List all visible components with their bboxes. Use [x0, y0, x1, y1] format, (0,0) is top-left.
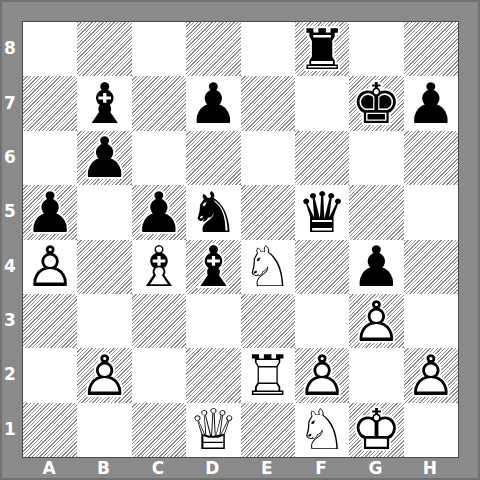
black-queen-icon: ♛	[295, 185, 349, 239]
file-label-a: A	[22, 457, 76, 479]
square-d6[interactable]	[186, 131, 240, 185]
square-e7[interactable]	[241, 76, 295, 130]
square-c6[interactable]	[132, 131, 186, 185]
square-d2[interactable]	[186, 348, 240, 402]
square-a1[interactable]	[23, 403, 77, 457]
rank-label-2: 2	[0, 347, 20, 401]
square-f7[interactable]	[295, 76, 349, 130]
piece-black-pawn-d7[interactable]: ♟♟	[186, 76, 240, 130]
piece-white-knight-e4[interactable]: ♞♘	[241, 240, 295, 294]
piece-black-pawn-g4[interactable]: ♟♟	[349, 240, 403, 294]
square-b3[interactable]	[77, 294, 131, 348]
rank-label-7: 7	[0, 75, 20, 129]
square-g7[interactable]: ♚♚	[349, 76, 403, 130]
black-knight-icon: ♞	[186, 185, 240, 239]
piece-white-pawn-f2[interactable]: ♟♙	[295, 348, 349, 402]
black-rook-icon: ♜	[295, 22, 349, 76]
square-g1[interactable]: ♚♔	[349, 403, 403, 457]
rank-label-6: 6	[0, 130, 20, 184]
black-pawn-icon: ♟	[404, 76, 458, 130]
piece-white-pawn-a4[interactable]: ♟♙	[23, 240, 77, 294]
file-label-b: B	[76, 457, 130, 479]
piece-black-rook-f8[interactable]: ♜♜	[295, 22, 349, 76]
rank-label-3: 3	[0, 293, 20, 347]
square-b1[interactable]	[77, 403, 131, 457]
file-label-g: G	[348, 457, 402, 479]
black-pawn-icon: ♟	[186, 76, 240, 130]
piece-white-pawn-g3[interactable]: ♟♙	[349, 294, 403, 348]
file-label-f: F	[294, 457, 348, 479]
white-queen-icon: ♕	[186, 403, 240, 457]
white-pawn-icon: ♙	[295, 348, 349, 402]
square-d4[interactable]: ♝♝	[186, 240, 240, 294]
white-knight-icon: ♘	[241, 240, 295, 294]
square-g5[interactable]	[349, 185, 403, 239]
square-a3[interactable]	[23, 294, 77, 348]
piece-black-pawn-a5[interactable]: ♟♟	[23, 185, 77, 239]
black-pawn-icon: ♟	[349, 240, 403, 294]
square-e3[interactable]	[241, 294, 295, 348]
square-a7[interactable]	[23, 76, 77, 130]
file-label-d: D	[185, 457, 239, 479]
piece-black-queen-f5[interactable]: ♛♛	[295, 185, 349, 239]
square-d8[interactable]	[186, 22, 240, 76]
black-king-icon: ♚	[349, 76, 403, 130]
square-h5[interactable]	[404, 185, 458, 239]
square-c3[interactable]	[132, 294, 186, 348]
white-knight-icon: ♘	[295, 403, 349, 457]
square-c7[interactable]	[132, 76, 186, 130]
square-f5[interactable]: ♛♛	[295, 185, 349, 239]
file-label-e: E	[240, 457, 294, 479]
square-b2[interactable]: ♟♙	[77, 348, 131, 402]
piece-black-pawn-h7[interactable]: ♟♟	[404, 76, 458, 130]
square-e6[interactable]	[241, 131, 295, 185]
file-label-h: H	[403, 457, 457, 479]
piece-black-bishop-b7[interactable]: ♝♝	[77, 76, 131, 130]
black-bishop-icon: ♝	[77, 76, 131, 130]
square-e1[interactable]	[241, 403, 295, 457]
square-a8[interactable]	[23, 22, 77, 76]
square-f4[interactable]	[295, 240, 349, 294]
square-h4[interactable]	[404, 240, 458, 294]
square-g2[interactable]	[349, 348, 403, 402]
square-f8[interactable]: ♜♜	[295, 22, 349, 76]
square-a4[interactable]: ♟♙	[23, 240, 77, 294]
black-bishop-icon: ♝	[186, 240, 240, 294]
rank-label-4: 4	[0, 239, 20, 293]
square-a2[interactable]	[23, 348, 77, 402]
square-c8[interactable]	[132, 22, 186, 76]
square-e8[interactable]	[241, 22, 295, 76]
black-pawn-icon: ♟	[23, 185, 77, 239]
piece-white-queen-d1[interactable]: ♛♕	[186, 403, 240, 457]
square-e2[interactable]: ♜♖	[241, 348, 295, 402]
square-g4[interactable]: ♟♟	[349, 240, 403, 294]
piece-black-pawn-c5[interactable]: ♟♟	[132, 185, 186, 239]
square-c4[interactable]: ♝♗	[132, 240, 186, 294]
white-rook-icon: ♖	[241, 348, 295, 402]
square-b6[interactable]: ♟♟	[77, 131, 131, 185]
square-d5[interactable]: ♞♞	[186, 185, 240, 239]
rank-label-8: 8	[0, 21, 20, 75]
white-pawn-icon: ♙	[349, 294, 403, 348]
square-b4[interactable]	[77, 240, 131, 294]
square-b5[interactable]	[77, 185, 131, 239]
piece-white-king-g1[interactable]: ♚♔	[349, 403, 403, 457]
black-pawn-icon: ♟	[132, 185, 186, 239]
square-f2[interactable]: ♟♙	[295, 348, 349, 402]
square-c2[interactable]	[132, 348, 186, 402]
piece-black-pawn-b6[interactable]: ♟♟	[77, 131, 131, 185]
square-f1[interactable]: ♞♘	[295, 403, 349, 457]
square-h2[interactable]: ♟♙	[404, 348, 458, 402]
square-g3[interactable]: ♟♙	[349, 294, 403, 348]
square-e5[interactable]	[241, 185, 295, 239]
square-g8[interactable]	[349, 22, 403, 76]
piece-white-pawn-b2[interactable]: ♟♙	[77, 348, 131, 402]
white-pawn-icon: ♙	[23, 240, 77, 294]
piece-white-bishop-c4[interactable]: ♝♗	[132, 240, 186, 294]
square-f6[interactable]	[295, 131, 349, 185]
square-e4[interactable]: ♞♘	[241, 240, 295, 294]
rank-label-5: 5	[0, 184, 20, 238]
black-pawn-icon: ♟	[77, 131, 131, 185]
white-bishop-icon: ♗	[132, 240, 186, 294]
chess-diagram: ♜♜♝♝♟♟♚♚♟♟♟♟♟♟♟♟♞♞♛♛♟♙♝♗♝♝♞♘♟♟♟♙♟♙♜♖♟♙♟♙…	[0, 0, 480, 480]
piece-black-king-g7[interactable]: ♚♚	[349, 76, 403, 130]
square-c5[interactable]: ♟♟	[132, 185, 186, 239]
square-d3[interactable]	[186, 294, 240, 348]
square-h1[interactable]	[404, 403, 458, 457]
white-king-icon: ♔	[349, 403, 403, 457]
square-h8[interactable]	[404, 22, 458, 76]
square-h3[interactable]	[404, 294, 458, 348]
piece-white-knight-f1[interactable]: ♞♘	[295, 403, 349, 457]
rank-label-1: 1	[0, 402, 20, 456]
square-a6[interactable]	[23, 131, 77, 185]
white-pawn-icon: ♙	[404, 348, 458, 402]
piece-white-pawn-h2[interactable]: ♟♙	[404, 348, 458, 402]
piece-white-rook-e2[interactable]: ♜♖	[241, 348, 295, 402]
file-label-c: C	[131, 457, 185, 479]
white-pawn-icon: ♙	[77, 348, 131, 402]
piece-black-knight-d5[interactable]: ♞♞	[186, 185, 240, 239]
chess-board: ♜♜♝♝♟♟♚♚♟♟♟♟♟♟♟♟♞♞♛♛♟♙♝♗♝♝♞♘♟♟♟♙♟♙♜♖♟♙♟♙…	[22, 21, 459, 458]
square-d1[interactable]: ♛♕	[186, 403, 240, 457]
square-h6[interactable]	[404, 131, 458, 185]
square-b7[interactable]: ♝♝	[77, 76, 131, 130]
square-d7[interactable]: ♟♟	[186, 76, 240, 130]
piece-black-bishop-d4[interactable]: ♝♝	[186, 240, 240, 294]
square-g6[interactable]	[349, 131, 403, 185]
square-h7[interactable]: ♟♟	[404, 76, 458, 130]
square-b8[interactable]	[77, 22, 131, 76]
square-f3[interactable]	[295, 294, 349, 348]
square-c1[interactable]	[132, 403, 186, 457]
square-a5[interactable]: ♟♟	[23, 185, 77, 239]
